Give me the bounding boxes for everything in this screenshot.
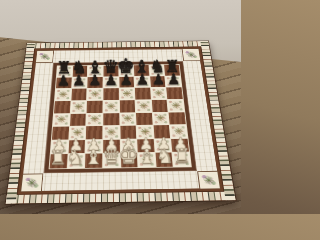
floral-inlay-icon: ✳	[138, 153, 155, 167]
floral-inlay-icon: ✳	[67, 154, 84, 168]
floral-inlay-icon: ✳	[152, 112, 169, 125]
square-c8: ✳♝	[88, 66, 103, 77]
square-c4: ✳	[86, 113, 102, 126]
board-grid: ✳♜♞✳♝♛✳♚♝✳♞♜♟✳♟♟✳♟♟✳♟♟✳♟✳✳✳✳✳✳✳✳✳✳✳✳✳✳✳✳…	[49, 64, 192, 169]
square-f1: ✳♝	[138, 153, 155, 167]
square-d7: ✳♟	[103, 77, 118, 88]
floral-inlay-icon: ✳	[88, 66, 103, 77]
square-b6	[71, 89, 87, 101]
corner-rosette-icon: ✳	[35, 50, 54, 63]
square-e5	[119, 100, 135, 112]
square-e4: ✳	[120, 113, 136, 126]
floral-inlay-icon: ✳	[103, 77, 118, 88]
floral-inlay-icon: ✳	[134, 76, 149, 87]
square-c1: ♝	[85, 154, 102, 168]
square-h1: ✳♜	[173, 153, 191, 167]
square-f4	[136, 112, 152, 125]
square-e3	[120, 126, 136, 139]
square-h7: ✳♟	[165, 76, 181, 87]
square-g8: ✳♞	[149, 65, 164, 76]
floral-inlay-icon: ✳	[103, 154, 120, 168]
floral-inlay-icon: ✳	[86, 113, 102, 126]
square-d1: ✳♛	[103, 154, 120, 168]
square-h5: ✳	[168, 100, 185, 112]
square-b1: ✳♞	[67, 154, 84, 168]
square-d4	[103, 113, 119, 126]
square-a4: ✳	[53, 114, 70, 127]
square-g4: ✳	[152, 112, 169, 125]
square-a5	[54, 101, 70, 113]
square-d5: ✳	[103, 100, 119, 112]
floral-inlay-icon: ✳	[165, 76, 181, 87]
square-c5	[87, 101, 103, 113]
floral-inlay-icon: ✳	[173, 153, 191, 167]
square-a7: ♟	[56, 77, 72, 88]
square-f5: ✳	[136, 100, 152, 112]
square-h8: ♜	[164, 65, 180, 76]
floral-inlay-icon: ✳	[149, 65, 164, 76]
square-f6	[135, 88, 151, 100]
floral-inlay-icon: ✳	[57, 66, 72, 77]
floral-inlay-icon: ✳	[55, 89, 71, 101]
floral-inlay-icon: ✳	[53, 114, 70, 127]
chess-board: ✳ ✳ ✳ ✳ ✳♜♞✳♝♛✳♚♝✳♞♜♟✳♟♟✳♟♟✳♟♟✳♟✳✳✳✳✳✳✳✳…	[6, 41, 236, 204]
square-a1: ♜	[50, 154, 68, 168]
floral-inlay-icon: ✳	[103, 100, 119, 112]
square-e8: ✳♚	[119, 65, 134, 76]
square-g7: ♟	[150, 76, 166, 87]
square-a6: ✳	[55, 89, 71, 101]
floral-inlay-icon: ✳	[119, 65, 134, 76]
photo-scene: ✳ ✳ ✳ ✳ ✳♜♞✳♝♛✳♚♝✳♞♜♟✳♟♟✳♟♟✳♟♟✳♟✳✳✳✳✳✳✳✳…	[0, 0, 241, 214]
square-f7: ✳♟	[134, 76, 149, 87]
square-c3	[86, 126, 102, 139]
floral-inlay-icon: ✳	[168, 100, 185, 112]
square-g5	[152, 100, 168, 112]
square-h4	[169, 112, 186, 125]
square-d8: ♛	[103, 65, 118, 76]
square-b4	[70, 113, 86, 126]
corner-rosette-icon: ✳	[182, 48, 201, 61]
square-f8: ♝	[134, 65, 149, 76]
square-a8: ✳♜	[57, 66, 72, 77]
floral-inlay-icon: ✳	[120, 113, 136, 126]
square-c7: ♟	[88, 77, 103, 88]
square-e1: ♚	[121, 153, 138, 167]
floral-inlay-icon: ✳	[136, 100, 152, 112]
square-g1: ♞	[155, 153, 173, 167]
